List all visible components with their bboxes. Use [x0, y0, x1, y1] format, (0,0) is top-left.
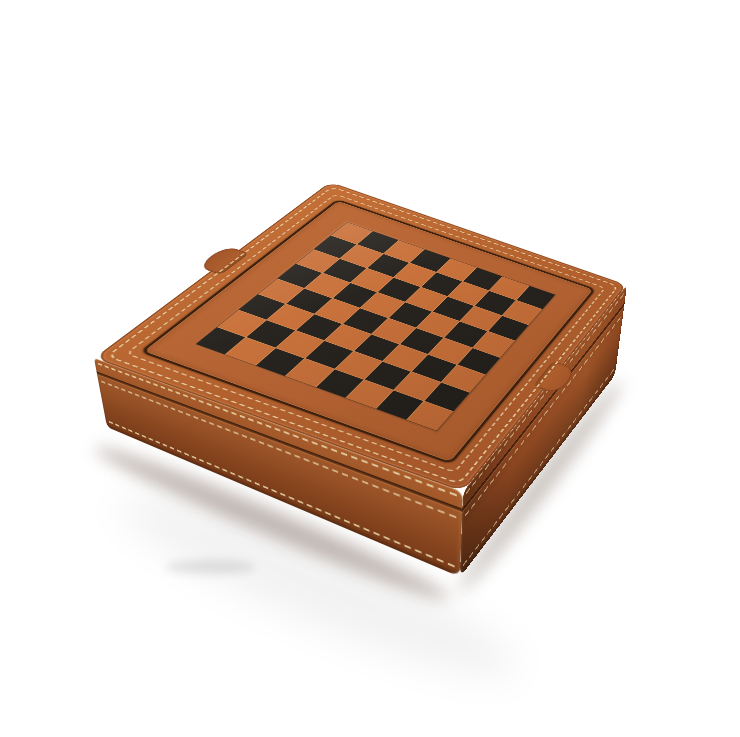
finger-notch-left: [197, 245, 249, 275]
board-squares: [195, 222, 556, 432]
contact-shadow: [165, 560, 255, 574]
product-photo: [0, 0, 740, 737]
